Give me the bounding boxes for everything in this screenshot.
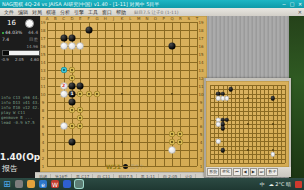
coord-number: 2: [40, 156, 46, 161]
stone-w-Q3[interactable]: [169, 147, 176, 154]
marker-dot: [79, 109, 81, 111]
ai-candidate-D13[interactable]: [69, 67, 75, 73]
weather-widget[interactable]: ☁ 2°C 晴: [269, 181, 291, 187]
winrate-white: 44.4: [28, 30, 38, 35]
coord-number: 15: [198, 52, 204, 57]
client-go-board[interactable]: [206, 81, 289, 167]
score-label: 目差: [29, 37, 38, 42]
move-number-label: 1: [70, 92, 73, 97]
marker-dot: [79, 93, 81, 95]
grid-line: [277, 85, 278, 163]
score-row: 7.4 目差: [2, 37, 38, 42]
taskbar-icons: ⊞eW: [3, 180, 83, 188]
star-point: [121, 93, 123, 95]
star-point: [272, 149, 274, 151]
grid-line: [210, 137, 285, 138]
coord-letter: N: [144, 16, 150, 21]
move-number: 16: [7, 19, 16, 27]
to-move-stone-icon: [25, 19, 34, 28]
grid-line: [164, 22, 165, 166]
engine-status-dot: [2, 32, 4, 34]
aux-value: 14.96: [27, 44, 38, 49]
client-toolbar-button[interactable]: ◀: [242, 168, 249, 176]
coord-letter: J: [111, 16, 117, 21]
grid-line: [210, 146, 285, 147]
ai-candidate-R4[interactable]: [177, 139, 183, 145]
coord-number: 19: [40, 20, 46, 25]
desktop-wallpaper: [289, 16, 304, 178]
marker-dot: [88, 93, 90, 95]
menu-info-text: 贴目7.5 让子0 (1-11): [134, 10, 179, 15]
stone-b-D10[interactable]: 1: [69, 91, 76, 98]
grid-line: [285, 85, 286, 163]
marker-dot: [63, 69, 65, 71]
coord-letter: B: [52, 16, 58, 21]
winrate-black: 44.03%: [5, 30, 22, 35]
grid-line: [47, 158, 197, 159]
stat-value: 2.05: [15, 57, 24, 62]
stone-w-D16[interactable]: [69, 43, 76, 50]
stone-w-C11[interactable]: 2: [60, 83, 67, 90]
main-go-board[interactable]: W51 思考中… ABCDEFGHJKLMNOPQRST191918181717…: [40, 16, 207, 172]
winrate-bar-black: [3, 51, 9, 55]
close-icon[interactable]: ✕: [297, 1, 303, 7]
marker-dot: [79, 125, 81, 127]
marker-dot: [179, 141, 181, 143]
stone-w-C10[interactable]: [60, 91, 67, 98]
start-icon[interactable]: ⊞: [3, 180, 11, 188]
taskbar: ⊞eW 中 ☁ 2°C 晴: [0, 178, 304, 190]
board-move-label: W51 思考中…: [106, 163, 148, 170]
coord-letter: K: [119, 16, 125, 21]
coord-number: 8: [40, 108, 46, 113]
coord-letter: D: [69, 16, 75, 21]
marker-dot: [71, 69, 73, 71]
coord-number: 5: [40, 132, 46, 137]
coord-letter: H: [102, 16, 108, 21]
coord-number: 13: [40, 68, 46, 73]
stone-b-E11[interactable]: [77, 83, 84, 90]
client-toolbar-button[interactable]: ⏮: [233, 168, 241, 176]
grid-line: [139, 22, 140, 166]
coord-letter: F: [86, 16, 92, 21]
marker-dot: [171, 133, 173, 135]
marker-dot: [79, 117, 81, 119]
coord-number: 15: [40, 52, 46, 57]
ai-candidate-E7[interactable]: [77, 115, 83, 121]
app-grey-icon[interactable]: [15, 180, 23, 188]
client-toolbar-button[interactable]: 数子: [266, 168, 278, 176]
marker-dot: [171, 141, 173, 143]
menu-item[interactable]: 工具: [88, 9, 98, 15]
stone-b-F18[interactable]: [229, 87, 234, 92]
title-bar: NAG围棋 4Q-24 vs JAISA AI研究(中国) v1.40 - [1…: [0, 0, 304, 8]
star-point: [247, 123, 249, 125]
coord-number: 16: [198, 44, 204, 49]
grid-line: [252, 85, 253, 163]
stat-value: 4.60: [30, 57, 39, 62]
coord-number: 14: [198, 60, 204, 65]
winrate-bar: [2, 50, 40, 56]
marker-dot: [96, 93, 98, 95]
coord-letter: L: [127, 16, 133, 21]
ai-candidate-R5[interactable]: [177, 131, 183, 137]
ai-best-move-C13[interactable]: [61, 67, 67, 73]
stone-b-D9[interactable]: [69, 99, 76, 106]
client-toolbar: 形势变化⏮◀▶⏭数子: [206, 167, 291, 177]
ime-indicator[interactable]: 中: [260, 181, 265, 187]
engine-console: info C13 v96 44.0info D13 v41 43.1info E…: [1, 95, 39, 125]
stone-b-D17[interactable]: [69, 35, 76, 42]
menu-item[interactable]: 对局: [32, 9, 42, 15]
coord-number: 9: [40, 100, 46, 105]
star-point: [171, 93, 173, 95]
star-point: [272, 123, 274, 125]
coord-number: 11: [40, 84, 46, 89]
coord-number: 13: [198, 68, 204, 73]
stone-b-D9[interactable]: [220, 126, 225, 131]
score-value: 7.4: [2, 37, 9, 42]
marker-dot: [179, 133, 181, 135]
grid-line: [210, 133, 285, 134]
stone-w-C10[interactable]: [216, 122, 221, 127]
ai-candidate-E10[interactable]: [77, 91, 83, 97]
grid-line: [147, 22, 148, 166]
coord-number: 14: [40, 60, 46, 65]
app-word-icon[interactable]: W: [51, 180, 59, 188]
ai-candidate-D12[interactable]: [69, 75, 75, 81]
ai-candidate-E6[interactable]: [77, 123, 83, 129]
stone-b-C17[interactable]: [60, 35, 67, 42]
stone-b-D4[interactable]: [220, 148, 225, 153]
marker-dot: [71, 77, 73, 79]
grid-line: [260, 85, 261, 163]
app-folder-icon[interactable]: [27, 180, 35, 188]
coord-letter: G: [94, 16, 100, 21]
app-blue-icon[interactable]: [63, 180, 71, 188]
marker-dot: [71, 109, 73, 111]
app-go-active-icon[interactable]: [75, 180, 83, 188]
stone-w-E16[interactable]: [224, 96, 229, 101]
grid-line: [210, 163, 285, 164]
stone-b-Q16[interactable]: [169, 43, 176, 50]
stat-value: -0.9: [1, 57, 9, 62]
coord-number: 18: [40, 28, 46, 33]
coord-letter: C: [61, 16, 67, 21]
coord-number: 17: [40, 36, 46, 41]
analysis-panel: 16 44.03% 44.4 7.4 目差 14.96 -0.9 2.05 4.…: [0, 16, 40, 178]
menu-item[interactable]: 编辑: [18, 9, 28, 15]
system-tray: 中 ☁ 2°C 晴: [260, 181, 302, 188]
coord-number: 16: [40, 44, 46, 49]
star-point: [121, 45, 123, 47]
stone-b-D4[interactable]: [69, 139, 76, 146]
grid-line: [210, 159, 285, 160]
coord-number: 19: [198, 20, 204, 25]
menu-item[interactable]: 分析: [60, 9, 70, 15]
ai-candidate-Q5[interactable]: [169, 131, 175, 137]
stone-w-E16[interactable]: [77, 43, 84, 50]
console-line: lead -0.9 k7.5: [1, 120, 39, 125]
menu-item[interactable]: 文件: [4, 9, 14, 15]
stone-b-F18[interactable]: [85, 27, 92, 34]
ai-candidate-D6[interactable]: [69, 123, 75, 129]
stone-b-Q16[interactable]: [270, 96, 275, 101]
grid-line: [197, 22, 198, 166]
grid-line: [47, 166, 197, 167]
coord-number: 10: [40, 92, 46, 97]
stone-b-D11[interactable]: [69, 83, 76, 90]
marker-dot: [71, 125, 73, 127]
grid-line: [264, 85, 265, 163]
game-client-window: 形势变化⏮◀▶⏭数子: [204, 78, 291, 177]
client-toolbar-button[interactable]: 变化: [220, 168, 232, 176]
ai-candidate-G10[interactable]: [94, 91, 100, 97]
star-point: [247, 97, 249, 99]
coord-number: 6: [40, 124, 46, 129]
client-toolbar-button[interactable]: ⏭: [258, 168, 266, 176]
star-point: [121, 141, 123, 143]
stone-w-C16[interactable]: [60, 43, 67, 50]
coord-letter: Q: [169, 16, 175, 21]
ai-candidate-F10[interactable]: [86, 91, 92, 97]
grid-line: [130, 22, 131, 166]
move-label-stone-icon: [123, 164, 128, 169]
stats-row: -0.9 2.05 4.60: [1, 57, 39, 62]
coord-number: 17: [198, 36, 204, 41]
coord-letter: M: [136, 16, 142, 21]
coord-number: 18: [198, 28, 204, 33]
coord-number: 4: [40, 140, 46, 145]
minimize-icon[interactable]: ─: [281, 1, 287, 7]
grid-line: [47, 118, 197, 119]
engine-version-subtext: 报告: [2, 163, 18, 174]
coord-number: 1: [40, 164, 46, 169]
menu-item[interactable]: 引擎: [74, 9, 84, 15]
menu-item[interactable]: 棋谱: [46, 9, 56, 15]
grid-line: [210, 141, 285, 142]
notification-icon[interactable]: [295, 181, 302, 188]
star-point: [247, 149, 249, 151]
client-toolbar-button[interactable]: 形势: [207, 168, 219, 176]
stone-w-C6[interactable]: [216, 139, 221, 144]
stone-w-Q3[interactable]: [270, 152, 275, 157]
winrate-row: 44.03% 44.4: [2, 30, 38, 35]
coord-letter: P: [161, 16, 167, 21]
stone-w-C6[interactable]: [60, 123, 67, 130]
grid-line: [189, 22, 190, 166]
grid-line: [256, 85, 257, 163]
ai-candidate-D8[interactable]: [69, 107, 75, 113]
stone-b-E11[interactable]: [224, 117, 229, 122]
coord-letter: E: [77, 16, 83, 21]
coord-number: 12: [40, 76, 46, 81]
move-number-label: 2: [62, 84, 65, 89]
menu-item[interactable]: 帮助: [116, 9, 126, 15]
grid-line: [155, 22, 156, 166]
coord-number: 7: [40, 116, 46, 121]
window-title: NAG围棋 4Q-24 vs JAISA AI研究(中国) v1.40 - [1…: [2, 1, 159, 7]
desktop: NAG围棋 4Q-24 vs JAISA AI研究(中国) v1.40 - [1…: [0, 0, 304, 190]
maximize-icon[interactable]: □: [289, 1, 295, 7]
window-controls: ─ □ ✕: [281, 1, 303, 7]
ai-candidate-Q4[interactable]: [169, 139, 175, 145]
coord-letter: R: [177, 16, 183, 21]
menu-close-icon[interactable]: ✕: [298, 9, 302, 15]
coord-number: 3: [40, 148, 46, 153]
client-toolbar-button[interactable]: ▶: [250, 168, 257, 176]
ai-candidate-E8[interactable]: [77, 107, 83, 113]
grid-line: [281, 85, 282, 163]
app-browser-icon[interactable]: e: [39, 180, 47, 188]
coord-letter: S: [186, 16, 192, 21]
grid-line: [268, 85, 269, 163]
menu-item[interactable]: 窗口: [102, 9, 112, 15]
coord-letter: O: [152, 16, 158, 21]
